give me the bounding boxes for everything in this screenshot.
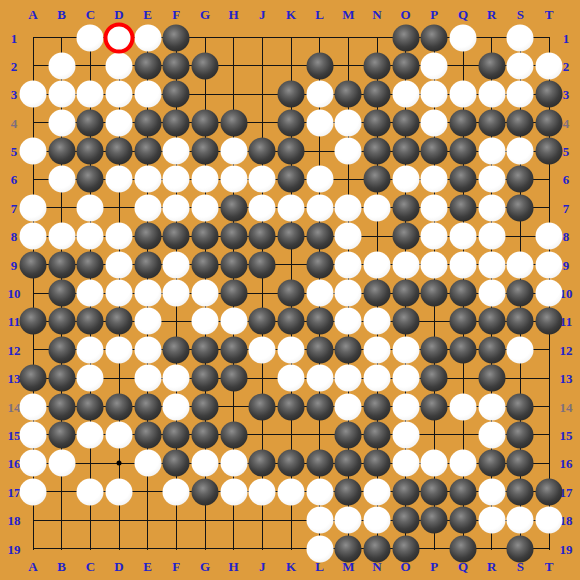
stone-black-H4 — [220, 109, 247, 136]
stone-black-H10 — [220, 280, 247, 307]
row-label-left-19: 19 — [8, 542, 21, 555]
star-point-D16 — [117, 461, 122, 466]
row-label-right-6: 6 — [563, 173, 570, 186]
stone-white-C15 — [77, 421, 104, 448]
stone-white-C7 — [77, 194, 104, 221]
stone-black-T4 — [536, 109, 563, 136]
stone-white-L10 — [306, 280, 333, 307]
stone-white-R6 — [478, 166, 505, 193]
stone-black-L16 — [306, 450, 333, 477]
stone-black-M17 — [335, 478, 362, 505]
stone-white-M9 — [335, 251, 362, 278]
stone-white-H17 — [220, 478, 247, 505]
row-label-right-13: 13 — [560, 372, 573, 385]
stone-black-O11 — [392, 308, 419, 335]
last-move-marker-D1 — [104, 22, 135, 53]
stone-black-O8 — [392, 223, 419, 250]
stone-black-J5 — [249, 138, 276, 165]
row-label-left-1: 1 — [11, 31, 18, 44]
stone-white-O6 — [392, 166, 419, 193]
stone-white-R10 — [478, 280, 505, 307]
stone-black-C5 — [77, 138, 104, 165]
stone-black-O2 — [392, 52, 419, 79]
stone-black-F15 — [163, 421, 190, 448]
stone-black-Q19 — [450, 535, 477, 562]
stone-white-N7 — [364, 194, 391, 221]
col-label-top-J: J — [259, 8, 266, 21]
row-label-left-7: 7 — [11, 201, 18, 214]
stone-white-P9 — [421, 251, 448, 278]
stone-black-K5 — [278, 138, 305, 165]
stone-white-L6 — [306, 166, 333, 193]
stone-white-L19 — [306, 535, 333, 562]
stone-black-S7 — [507, 194, 534, 221]
col-label-bottom-J: J — [259, 560, 266, 573]
stone-black-N10 — [364, 280, 391, 307]
row-label-left-12: 12 — [8, 343, 21, 356]
stone-white-A8 — [20, 223, 47, 250]
stone-white-O13 — [392, 365, 419, 392]
stone-white-E7 — [134, 194, 161, 221]
stone-white-S3 — [507, 81, 534, 108]
stone-black-B13 — [48, 365, 75, 392]
stone-black-O19 — [392, 535, 419, 562]
row-label-right-1: 1 — [563, 31, 570, 44]
stone-white-P16 — [421, 450, 448, 477]
stone-white-C12 — [77, 336, 104, 363]
stone-white-M5 — [335, 138, 362, 165]
stone-white-S18 — [507, 507, 534, 534]
stone-black-K6 — [278, 166, 305, 193]
stone-white-N13 — [364, 365, 391, 392]
stone-black-G12 — [192, 336, 219, 363]
stone-white-G16 — [192, 450, 219, 477]
stone-black-Q18 — [450, 507, 477, 534]
stone-white-E11 — [134, 308, 161, 335]
stone-black-E4 — [134, 109, 161, 136]
stone-black-G9 — [192, 251, 219, 278]
col-label-top-L: L — [315, 8, 324, 21]
col-label-top-B: B — [57, 8, 66, 21]
stone-white-M14 — [335, 393, 362, 420]
stone-white-D3 — [106, 81, 133, 108]
stone-black-B9 — [48, 251, 75, 278]
stone-white-A15 — [20, 421, 47, 448]
stone-white-J6 — [249, 166, 276, 193]
row-label-left-18: 18 — [8, 514, 21, 527]
stone-black-K3 — [278, 81, 305, 108]
stone-white-H16 — [220, 450, 247, 477]
stone-white-F6 — [163, 166, 190, 193]
col-label-bottom-D: D — [114, 560, 123, 573]
stone-black-B15 — [48, 421, 75, 448]
stone-white-D10 — [106, 280, 133, 307]
stone-black-A11 — [20, 308, 47, 335]
stone-white-E1 — [134, 24, 161, 51]
stone-black-S17 — [507, 478, 534, 505]
stone-black-J11 — [249, 308, 276, 335]
col-label-top-P: P — [430, 8, 438, 21]
stone-black-O10 — [392, 280, 419, 307]
stone-white-D6 — [106, 166, 133, 193]
stone-black-O4 — [392, 109, 419, 136]
go-board[interactable]: AABBCCDDEEFFGGHHJJKKLLMMNNOOPPQQRRSSTT11… — [0, 0, 580, 580]
stone-black-N6 — [364, 166, 391, 193]
stone-white-C8 — [77, 223, 104, 250]
stone-black-F12 — [163, 336, 190, 363]
stone-black-S11 — [507, 308, 534, 335]
stone-black-E9 — [134, 251, 161, 278]
stone-white-B4 — [48, 109, 75, 136]
stone-white-O3 — [392, 81, 419, 108]
stone-black-S19 — [507, 535, 534, 562]
stone-white-F17 — [163, 478, 190, 505]
col-label-top-N: N — [372, 8, 381, 21]
stone-black-K4 — [278, 109, 305, 136]
stone-black-H8 — [220, 223, 247, 250]
stone-white-S1 — [507, 24, 534, 51]
stone-black-G13 — [192, 365, 219, 392]
stone-white-S12 — [507, 336, 534, 363]
row-label-left-3: 3 — [11, 88, 18, 101]
stone-white-L3 — [306, 81, 333, 108]
stone-white-K7 — [278, 194, 305, 221]
stone-white-T18 — [536, 507, 563, 534]
stone-white-R7 — [478, 194, 505, 221]
stone-black-T5 — [536, 138, 563, 165]
stone-white-L13 — [306, 365, 333, 392]
stone-black-J14 — [249, 393, 276, 420]
stone-white-K17 — [278, 478, 305, 505]
stone-black-R2 — [478, 52, 505, 79]
row-label-left-6: 6 — [11, 173, 18, 186]
row-label-left-9: 9 — [11, 258, 18, 271]
stone-white-A14 — [20, 393, 47, 420]
stone-black-J9 — [249, 251, 276, 278]
stone-white-C1 — [77, 24, 104, 51]
row-label-left-8: 8 — [11, 230, 18, 243]
stone-white-G11 — [192, 308, 219, 335]
stone-black-S15 — [507, 421, 534, 448]
stone-white-R8 — [478, 223, 505, 250]
row-label-right-4: 4 — [563, 116, 570, 129]
stone-black-H13 — [220, 365, 247, 392]
col-label-top-F: F — [172, 8, 180, 21]
stone-white-N11 — [364, 308, 391, 335]
stone-white-O14 — [392, 393, 419, 420]
stone-white-C10 — [77, 280, 104, 307]
stone-black-P12 — [421, 336, 448, 363]
stone-white-C17 — [77, 478, 104, 505]
col-label-bottom-B: B — [57, 560, 66, 573]
stone-black-B10 — [48, 280, 75, 307]
stone-black-E15 — [134, 421, 161, 448]
col-label-bottom-F: F — [172, 560, 180, 573]
stone-black-L12 — [306, 336, 333, 363]
stone-black-K16 — [278, 450, 305, 477]
stone-black-C6 — [77, 166, 104, 193]
stone-black-S6 — [507, 166, 534, 193]
stone-white-R15 — [478, 421, 505, 448]
col-label-top-T: T — [545, 8, 554, 21]
stone-black-F16 — [163, 450, 190, 477]
stone-white-P2 — [421, 52, 448, 79]
stone-black-S14 — [507, 393, 534, 420]
stone-white-E6 — [134, 166, 161, 193]
stone-white-Q1 — [450, 24, 477, 51]
stone-white-E12 — [134, 336, 161, 363]
stone-black-B5 — [48, 138, 75, 165]
stone-black-G8 — [192, 223, 219, 250]
stone-black-C9 — [77, 251, 104, 278]
stone-black-S10 — [507, 280, 534, 307]
col-label-bottom-R: R — [487, 560, 496, 573]
stone-white-H5 — [220, 138, 247, 165]
stone-white-O15 — [392, 421, 419, 448]
stone-white-M18 — [335, 507, 362, 534]
stone-white-J12 — [249, 336, 276, 363]
stone-black-N14 — [364, 393, 391, 420]
stone-white-R17 — [478, 478, 505, 505]
stone-black-P18 — [421, 507, 448, 534]
stone-white-L7 — [306, 194, 333, 221]
stone-white-A17 — [20, 478, 47, 505]
stone-black-F1 — [163, 24, 190, 51]
stone-white-Q3 — [450, 81, 477, 108]
stone-white-P3 — [421, 81, 448, 108]
stone-white-D8 — [106, 223, 133, 250]
stone-white-C13 — [77, 365, 104, 392]
stone-black-C11 — [77, 308, 104, 335]
col-label-top-S: S — [517, 8, 524, 21]
stone-white-F13 — [163, 365, 190, 392]
stone-black-H15 — [220, 421, 247, 448]
row-label-right-16: 16 — [560, 457, 573, 470]
stone-white-H6 — [220, 166, 247, 193]
row-label-left-2: 2 — [11, 59, 18, 72]
stone-white-F9 — [163, 251, 190, 278]
stone-black-Q6 — [450, 166, 477, 193]
stone-black-L11 — [306, 308, 333, 335]
stone-white-C3 — [77, 81, 104, 108]
stone-black-B11 — [48, 308, 75, 335]
stone-white-A5 — [20, 138, 47, 165]
stone-white-M8 — [335, 223, 362, 250]
stone-black-G15 — [192, 421, 219, 448]
stone-black-M3 — [335, 81, 362, 108]
stone-black-N15 — [364, 421, 391, 448]
stone-black-R13 — [478, 365, 505, 392]
stone-white-B3 — [48, 81, 75, 108]
stone-white-Q9 — [450, 251, 477, 278]
stone-white-D4 — [106, 109, 133, 136]
col-label-top-E: E — [143, 8, 152, 21]
stone-black-R11 — [478, 308, 505, 335]
col-label-top-A: A — [28, 8, 37, 21]
stone-white-B8 — [48, 223, 75, 250]
stone-black-Q17 — [450, 478, 477, 505]
stone-black-G4 — [192, 109, 219, 136]
row-label-right-8: 8 — [563, 230, 570, 243]
stone-white-R3 — [478, 81, 505, 108]
stone-white-F10 — [163, 280, 190, 307]
stone-black-Q12 — [450, 336, 477, 363]
stone-white-L4 — [306, 109, 333, 136]
stone-black-T11 — [536, 308, 563, 335]
stone-white-K12 — [278, 336, 305, 363]
stone-white-H11 — [220, 308, 247, 335]
stone-white-P8 — [421, 223, 448, 250]
stone-black-G14 — [192, 393, 219, 420]
stone-white-L17 — [306, 478, 333, 505]
stone-white-O16 — [392, 450, 419, 477]
stone-black-O18 — [392, 507, 419, 534]
stone-black-B12 — [48, 336, 75, 363]
row-label-right-7: 7 — [563, 201, 570, 214]
stone-black-A9 — [20, 251, 47, 278]
stone-black-P13 — [421, 365, 448, 392]
stone-black-M15 — [335, 421, 362, 448]
col-label-top-C: C — [86, 8, 95, 21]
stone-white-D17 — [106, 478, 133, 505]
stone-black-P10 — [421, 280, 448, 307]
stone-black-N19 — [364, 535, 391, 562]
stone-white-M11 — [335, 308, 362, 335]
stone-white-E13 — [134, 365, 161, 392]
stone-white-G10 — [192, 280, 219, 307]
stone-white-J7 — [249, 194, 276, 221]
stone-black-R16 — [478, 450, 505, 477]
stone-black-G5 — [192, 138, 219, 165]
col-label-bottom-A: A — [28, 560, 37, 573]
stone-black-C14 — [77, 393, 104, 420]
stone-black-M12 — [335, 336, 362, 363]
stone-black-P14 — [421, 393, 448, 420]
stone-black-K10 — [278, 280, 305, 307]
row-label-right-19: 19 — [560, 542, 573, 555]
stone-black-M19 — [335, 535, 362, 562]
stone-white-B2 — [48, 52, 75, 79]
stone-black-R12 — [478, 336, 505, 363]
col-label-top-O: O — [401, 8, 411, 21]
stone-white-A7 — [20, 194, 47, 221]
stone-white-E10 — [134, 280, 161, 307]
stone-white-T10 — [536, 280, 563, 307]
stone-white-R5 — [478, 138, 505, 165]
stone-white-Q8 — [450, 223, 477, 250]
stone-black-E5 — [134, 138, 161, 165]
stone-black-N4 — [364, 109, 391, 136]
stone-white-J17 — [249, 478, 276, 505]
stone-black-D5 — [106, 138, 133, 165]
row-label-left-4: 4 — [11, 116, 18, 129]
stone-white-M4 — [335, 109, 362, 136]
col-label-top-D: D — [114, 8, 123, 21]
stone-white-S2 — [507, 52, 534, 79]
stone-black-H12 — [220, 336, 247, 363]
col-label-bottom-E: E — [143, 560, 152, 573]
stone-white-G6 — [192, 166, 219, 193]
stone-black-F8 — [163, 223, 190, 250]
stone-black-J8 — [249, 223, 276, 250]
stone-white-Q16 — [450, 450, 477, 477]
stone-black-P1 — [421, 24, 448, 51]
stone-white-Q14 — [450, 393, 477, 420]
stone-white-N17 — [364, 478, 391, 505]
stone-white-R9 — [478, 251, 505, 278]
stone-white-R14 — [478, 393, 505, 420]
row-label-left-5: 5 — [11, 145, 18, 158]
row-label-right-9: 9 — [563, 258, 570, 271]
stone-black-O1 — [392, 24, 419, 51]
col-label-bottom-G: G — [200, 560, 210, 573]
stone-black-P5 — [421, 138, 448, 165]
col-label-bottom-H: H — [229, 560, 239, 573]
stone-black-Q7 — [450, 194, 477, 221]
stone-white-A16 — [20, 450, 47, 477]
stone-white-F5 — [163, 138, 190, 165]
stone-white-M10 — [335, 280, 362, 307]
stone-black-K11 — [278, 308, 305, 335]
stone-black-R4 — [478, 109, 505, 136]
stone-white-T9 — [536, 251, 563, 278]
stone-black-O7 — [392, 194, 419, 221]
stone-black-K14 — [278, 393, 305, 420]
stone-black-L8 — [306, 223, 333, 250]
stone-white-T8 — [536, 223, 563, 250]
stone-white-K13 — [278, 365, 305, 392]
stone-white-B6 — [48, 166, 75, 193]
stone-white-P4 — [421, 109, 448, 136]
col-label-top-G: G — [200, 8, 210, 21]
stone-black-L14 — [306, 393, 333, 420]
stone-white-O12 — [392, 336, 419, 363]
stone-black-D14 — [106, 393, 133, 420]
col-label-bottom-T: T — [545, 560, 554, 573]
stone-white-S9 — [507, 251, 534, 278]
stone-black-Q10 — [450, 280, 477, 307]
stone-white-S5 — [507, 138, 534, 165]
col-label-bottom-P: P — [430, 560, 438, 573]
stone-black-P17 — [421, 478, 448, 505]
stone-black-D11 — [106, 308, 133, 335]
stone-black-T17 — [536, 478, 563, 505]
stone-white-F7 — [163, 194, 190, 221]
stone-white-P6 — [421, 166, 448, 193]
stone-black-O17 — [392, 478, 419, 505]
stone-white-E16 — [134, 450, 161, 477]
stone-black-N16 — [364, 450, 391, 477]
stone-black-B14 — [48, 393, 75, 420]
stone-black-F3 — [163, 81, 190, 108]
col-label-top-H: H — [229, 8, 239, 21]
stone-white-F14 — [163, 393, 190, 420]
row-label-right-15: 15 — [560, 428, 573, 441]
stone-white-N9 — [364, 251, 391, 278]
stone-black-Q4 — [450, 109, 477, 136]
stone-black-N2 — [364, 52, 391, 79]
stone-white-E3 — [134, 81, 161, 108]
stone-black-N5 — [364, 138, 391, 165]
row-label-right-14: 14 — [560, 400, 573, 413]
stone-white-R18 — [478, 507, 505, 534]
stone-black-L2 — [306, 52, 333, 79]
stone-white-D9 — [106, 251, 133, 278]
stone-white-B16 — [48, 450, 75, 477]
stone-white-M13 — [335, 365, 362, 392]
stone-black-Q5 — [450, 138, 477, 165]
stone-black-S16 — [507, 450, 534, 477]
